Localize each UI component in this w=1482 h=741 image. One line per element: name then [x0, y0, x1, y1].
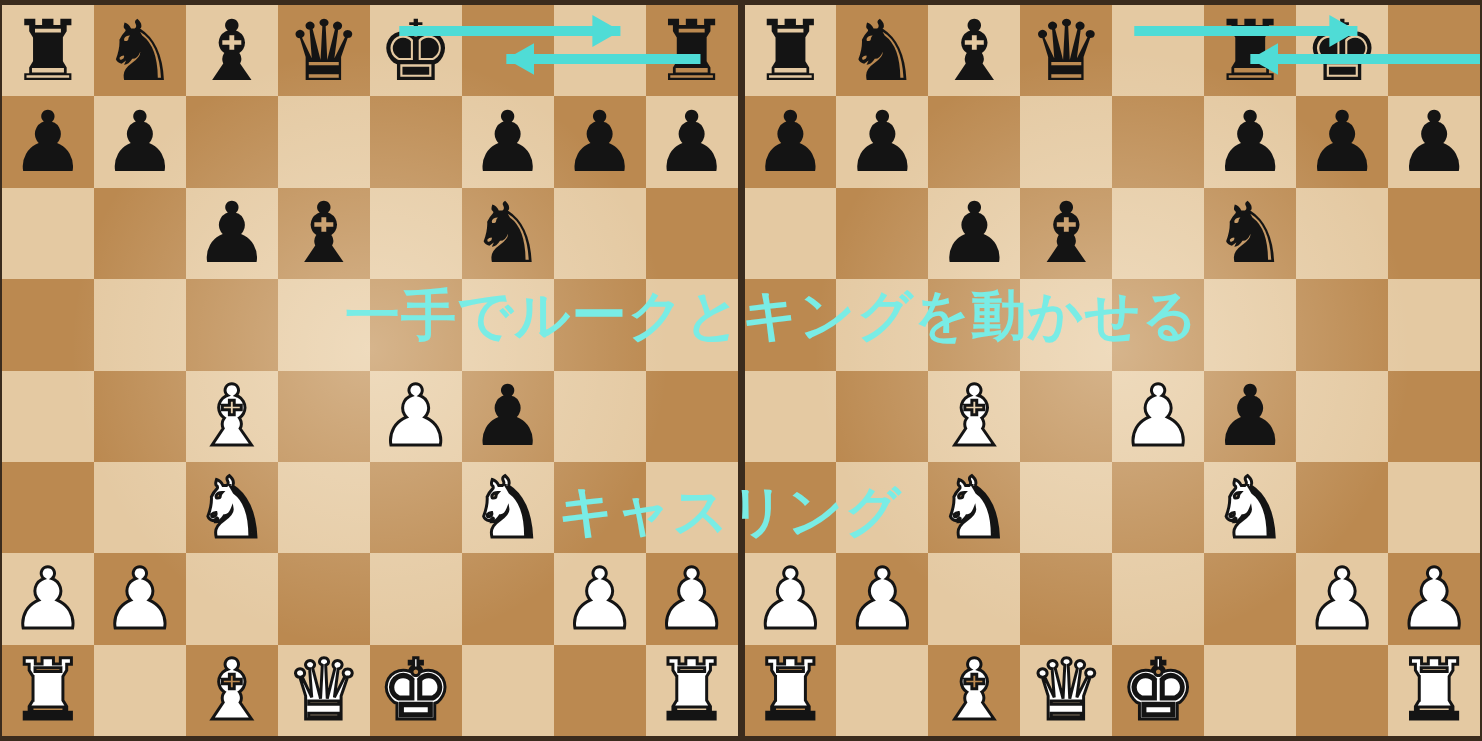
caption-main: 一手でルークとキングを動かせる: [345, 286, 1199, 344]
square-b8: ♞: [836, 5, 928, 96]
square-f7: ♟: [462, 96, 554, 187]
square-f7: ♟: [1204, 96, 1296, 187]
square-f6: ♞: [462, 188, 554, 279]
square-c1: ♝: [928, 645, 1020, 736]
square-d8: ♛: [278, 5, 370, 96]
square-f2: [462, 553, 554, 644]
square-d7: [1020, 96, 1112, 187]
black-bishop: ♝: [194, 9, 269, 93]
square-b4: [836, 371, 928, 462]
square-f4: ♟: [1204, 371, 1296, 462]
square-e4: ♟: [1112, 371, 1204, 462]
black-pawn: ♟: [1396, 100, 1471, 184]
square-h5: [1388, 279, 1480, 370]
white-rook: ♜: [654, 648, 729, 732]
square-a8: ♜: [2, 5, 94, 96]
square-a7: ♟: [745, 96, 837, 187]
chessboard-after-castling: ♜♞♝♛♜♚♟♟♟♟♟♟♝♞♝♟♟♞♞♟♟♟♟♜♝♛♚♜: [745, 5, 1481, 736]
white-pawn: ♟: [1396, 557, 1471, 641]
square-h2: ♟: [646, 553, 738, 644]
square-e6: [1112, 188, 1204, 279]
black-pawn: ♟: [562, 100, 637, 184]
black-pawn: ♟: [470, 100, 545, 184]
white-knight: ♞: [470, 466, 545, 550]
square-c1: ♝: [186, 645, 278, 736]
white-rook: ♜: [753, 648, 828, 732]
black-pawn: ♟: [194, 191, 269, 275]
square-a1: ♜: [745, 645, 837, 736]
chessboard-before-castling: ♜♞♝♛♚♜♟♟♟♟♟♟♝♞♝♟♟♞♞♟♟♟♟♜♝♛♚♜: [2, 5, 738, 736]
white-king: ♚: [378, 648, 453, 732]
white-pawn: ♟: [102, 557, 177, 641]
square-c4: ♝: [928, 371, 1020, 462]
black-bishop: ♝: [1029, 191, 1104, 275]
square-c7: [928, 96, 1020, 187]
black-pawn: ♟: [1304, 100, 1379, 184]
square-f1: [1204, 645, 1296, 736]
square-b4: [94, 371, 186, 462]
square-e8: [1112, 5, 1204, 96]
square-a3: [2, 462, 94, 553]
black-king: ♚: [378, 9, 453, 93]
square-a2: ♟: [745, 553, 837, 644]
black-queen: ♛: [1029, 9, 1104, 93]
square-h8: ♜: [646, 5, 738, 96]
square-f8: ♜: [1204, 5, 1296, 96]
square-h4: [646, 371, 738, 462]
square-a6: [2, 188, 94, 279]
square-g6: [554, 188, 646, 279]
square-f6: ♞: [1204, 188, 1296, 279]
white-knight: ♞: [1213, 466, 1288, 550]
square-g2: ♟: [554, 553, 646, 644]
square-g6: [1296, 188, 1388, 279]
square-h1: ♜: [1388, 645, 1480, 736]
square-c2: [928, 553, 1020, 644]
square-f3: ♞: [1204, 462, 1296, 553]
square-d1: ♛: [1020, 645, 1112, 736]
square-b6: [836, 188, 928, 279]
square-b3: [94, 462, 186, 553]
square-d1: ♛: [278, 645, 370, 736]
black-pawn: ♟: [753, 100, 828, 184]
square-d6: ♝: [1020, 188, 1112, 279]
square-d3: [1020, 462, 1112, 553]
square-g4: [554, 371, 646, 462]
square-d6: ♝: [278, 188, 370, 279]
square-a5: [2, 279, 94, 370]
square-g8: [554, 5, 646, 96]
square-b8: ♞: [94, 5, 186, 96]
square-c3: ♞: [186, 462, 278, 553]
square-h3: [1388, 462, 1480, 553]
black-pawn: ♟: [10, 100, 85, 184]
square-d8: ♛: [1020, 5, 1112, 96]
black-bishop: ♝: [286, 191, 361, 275]
square-a8: ♜: [745, 5, 837, 96]
square-d7: [278, 96, 370, 187]
square-a6: [745, 188, 837, 279]
white-pawn: ♟: [10, 557, 85, 641]
square-a4: [2, 371, 94, 462]
castling-tutorial-diagram: ♜♞♝♛♚♜♟♟♟♟♟♟♝♞♝♟♟♞♞♟♟♟♟♜♝♛♚♜ ♜♞♝♛♜♚♟♟♟♟♟…: [0, 0, 1482, 741]
white-pawn: ♟: [1121, 374, 1196, 458]
square-c3: ♞: [928, 462, 1020, 553]
square-c5: [186, 279, 278, 370]
black-king: ♚: [1304, 9, 1379, 93]
black-rook: ♜: [654, 9, 729, 93]
white-knight: ♞: [194, 466, 269, 550]
square-g1: [554, 645, 646, 736]
square-b2: ♟: [836, 553, 928, 644]
white-knight: ♞: [937, 466, 1012, 550]
square-b7: ♟: [94, 96, 186, 187]
white-rook: ♜: [10, 648, 85, 732]
square-h6: [646, 188, 738, 279]
square-e2: [1112, 553, 1204, 644]
square-h2: ♟: [1388, 553, 1480, 644]
square-d2: [278, 553, 370, 644]
square-b5: [94, 279, 186, 370]
square-h7: ♟: [1388, 96, 1480, 187]
square-f5: [1204, 279, 1296, 370]
white-pawn: ♟: [753, 557, 828, 641]
square-c8: ♝: [928, 5, 1020, 96]
board-divider: [738, 5, 745, 736]
black-pawn: ♟: [1213, 374, 1288, 458]
white-bishop: ♝: [194, 374, 269, 458]
square-b2: ♟: [94, 553, 186, 644]
white-queen: ♛: [286, 648, 361, 732]
square-h6: [1388, 188, 1480, 279]
white-pawn: ♟: [378, 374, 453, 458]
square-d2: [1020, 553, 1112, 644]
square-c2: [186, 553, 278, 644]
square-e6: [370, 188, 462, 279]
square-e7: [370, 96, 462, 187]
square-h8: [1388, 5, 1480, 96]
square-c6: ♟: [928, 188, 1020, 279]
black-knight: ♞: [845, 9, 920, 93]
black-knight: ♞: [470, 191, 545, 275]
square-g5: [1296, 279, 1388, 370]
square-b1: [94, 645, 186, 736]
square-e1: ♚: [370, 645, 462, 736]
square-c4: ♝: [186, 371, 278, 462]
white-pawn: ♟: [1304, 557, 1379, 641]
square-d3: [278, 462, 370, 553]
square-a1: ♜: [2, 645, 94, 736]
square-g7: ♟: [1296, 96, 1388, 187]
black-rook: ♜: [1213, 9, 1288, 93]
square-h1: ♜: [646, 645, 738, 736]
white-pawn: ♟: [562, 557, 637, 641]
square-g3: [1296, 462, 1388, 553]
black-pawn: ♟: [937, 191, 1012, 275]
square-h7: ♟: [646, 96, 738, 187]
black-pawn: ♟: [654, 100, 729, 184]
square-a7: ♟: [2, 96, 94, 187]
black-pawn: ♟: [845, 100, 920, 184]
white-queen: ♛: [1029, 648, 1104, 732]
square-e2: [370, 553, 462, 644]
square-g2: ♟: [1296, 553, 1388, 644]
square-g4: [1296, 371, 1388, 462]
black-pawn: ♟: [102, 100, 177, 184]
white-king: ♚: [1121, 648, 1196, 732]
square-c6: ♟: [186, 188, 278, 279]
white-rook: ♜: [1396, 648, 1471, 732]
black-bishop: ♝: [937, 9, 1012, 93]
square-h4: [1388, 371, 1480, 462]
black-queen: ♛: [286, 9, 361, 93]
square-g7: ♟: [554, 96, 646, 187]
white-pawn: ♟: [845, 557, 920, 641]
square-g8: ♚: [1296, 5, 1388, 96]
square-g1: [1296, 645, 1388, 736]
square-e7: [1112, 96, 1204, 187]
square-f4: ♟: [462, 371, 554, 462]
squares-grid: ♜♞♝♛♚♜♟♟♟♟♟♟♝♞♝♟♟♞♞♟♟♟♟♜♝♛♚♜: [2, 5, 738, 736]
square-e8: ♚: [370, 5, 462, 96]
square-e3: [370, 462, 462, 553]
white-pawn: ♟: [654, 557, 729, 641]
caption-sub: キャスリング: [558, 482, 902, 540]
white-bishop: ♝: [937, 374, 1012, 458]
square-d4: [1020, 371, 1112, 462]
square-d4: [278, 371, 370, 462]
square-f2: [1204, 553, 1296, 644]
square-f1: [462, 645, 554, 736]
square-e3: [1112, 462, 1204, 553]
square-b7: ♟: [836, 96, 928, 187]
square-b6: [94, 188, 186, 279]
black-pawn: ♟: [1213, 100, 1288, 184]
black-pawn: ♟: [470, 374, 545, 458]
black-knight: ♞: [102, 9, 177, 93]
square-f8: [462, 5, 554, 96]
black-knight: ♞: [1213, 191, 1288, 275]
square-c8: ♝: [186, 5, 278, 96]
white-bishop: ♝: [937, 648, 1012, 732]
black-rook: ♜: [10, 9, 85, 93]
square-c7: [186, 96, 278, 187]
square-a4: [745, 371, 837, 462]
square-e4: ♟: [370, 371, 462, 462]
black-rook: ♜: [753, 9, 828, 93]
white-bishop: ♝: [194, 648, 269, 732]
square-e1: ♚: [1112, 645, 1204, 736]
square-f3: ♞: [462, 462, 554, 553]
squares-grid: ♜♞♝♛♜♚♟♟♟♟♟♟♝♞♝♟♟♞♞♟♟♟♟♜♝♛♚♜: [745, 5, 1481, 736]
square-a2: ♟: [2, 553, 94, 644]
square-b1: [836, 645, 928, 736]
